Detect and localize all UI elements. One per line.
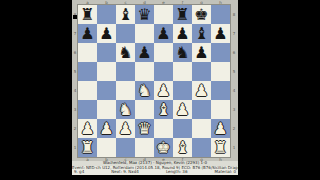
black-pawn[interactable]: ♟ [97,24,116,43]
square-b1[interactable] [97,138,116,157]
white-rook[interactable]: ♜ [78,138,97,157]
coord-label: 2 [230,119,238,138]
square-c7[interactable] [116,24,135,43]
square-e1[interactable]: ♚ [154,138,173,157]
square-e5[interactable] [154,62,173,81]
white-pawn[interactable]: ♟ [192,81,211,100]
white-pawn[interactable]: ♟ [97,119,116,138]
square-g6[interactable]: ♟ [192,43,211,62]
coord-label: 7 [230,24,238,43]
square-b3[interactable] [97,100,116,119]
coord-label: 6 [230,43,238,62]
square-a5[interactable] [78,62,97,81]
game-length: Length: 36 [166,170,188,175]
white-pawn[interactable]: ♟ [154,81,173,100]
black-rook[interactable]: ♜ [173,5,192,24]
square-e3[interactable]: ♝ [154,100,173,119]
chess-board: ♜♝♛♜♚♟♟♟♟♝♟♞♟♞♟♞♟♟♞♝♟♟♟♟♛♟♜♚♝♜ [78,5,230,157]
square-b5[interactable] [97,62,116,81]
square-d2[interactable]: ♛ [135,119,154,138]
square-e6[interactable] [154,43,173,62]
square-c6[interactable]: ♞ [116,43,135,62]
square-h2[interactable]: ♟ [211,119,230,138]
square-f8[interactable]: ♜ [173,5,192,24]
video-frame: abcdefgh 87654321 87654321 abcdefgh ♜♝♛♜… [0,0,320,180]
black-pawn[interactable]: ♟ [173,24,192,43]
white-rook[interactable]: ♜ [211,138,230,157]
square-b6[interactable] [97,43,116,62]
square-b2[interactable]: ♟ [97,119,116,138]
square-g4[interactable]: ♟ [192,81,211,100]
square-c1[interactable] [116,138,135,157]
square-e8[interactable] [154,5,173,24]
square-g8[interactable]: ♚ [192,5,211,24]
black-bishop[interactable]: ♝ [192,24,211,43]
white-pawn[interactable]: ♟ [116,119,135,138]
square-f5[interactable] [173,62,192,81]
square-a3[interactable] [78,100,97,119]
coord-label: 3 [230,100,238,119]
white-bishop[interactable]: ♝ [173,138,192,157]
black-knight[interactable]: ♞ [173,43,192,62]
square-e2[interactable] [154,119,173,138]
white-king[interactable]: ♚ [154,138,173,157]
white-queen[interactable]: ♛ [135,119,154,138]
square-c2[interactable]: ♟ [116,119,135,138]
square-f1[interactable]: ♝ [173,138,192,157]
square-b8[interactable] [97,5,116,24]
black-pawn[interactable]: ♟ [154,24,173,43]
black-rook[interactable]: ♜ [78,5,97,24]
black-pawn[interactable]: ♟ [135,43,154,62]
square-a8[interactable]: ♜ [78,5,97,24]
square-a1[interactable]: ♜ [78,138,97,157]
move-status-line: 9. g4 Next: 9. Nxd4 Length: 36 Material:… [72,170,238,175]
square-a2[interactable]: ♟ [78,119,97,138]
black-pawn[interactable]: ♟ [211,24,230,43]
square-d8[interactable]: ♛ [135,5,154,24]
coord-label: 8 [230,5,238,24]
white-pawn[interactable]: ♟ [78,119,97,138]
black-king[interactable]: ♚ [192,5,211,24]
black-knight[interactable]: ♞ [116,43,135,62]
square-h6[interactable] [211,43,230,62]
square-d4[interactable]: ♞ [135,81,154,100]
coord-label: 4 [230,81,238,100]
square-h7[interactable]: ♟ [211,24,230,43]
square-h1[interactable]: ♜ [211,138,230,157]
square-h5[interactable] [211,62,230,81]
current-move: 9. g4 [74,170,84,175]
white-pawn[interactable]: ♟ [211,119,230,138]
square-b4[interactable] [97,81,116,100]
black-pawn[interactable]: ♟ [192,43,211,62]
white-knight[interactable]: ♞ [135,81,154,100]
coord-label: 5 [230,62,238,81]
square-h3[interactable] [211,100,230,119]
black-to-move-indicator [73,15,77,19]
square-c5[interactable] [116,62,135,81]
square-b7[interactable]: ♟ [97,24,116,43]
square-d5[interactable] [135,62,154,81]
black-bishop[interactable]: ♝ [116,5,135,24]
square-f4[interactable] [173,81,192,100]
next-move: Next: 9. Nxd4 [111,170,138,175]
square-d3[interactable] [135,100,154,119]
square-e7[interactable]: ♟ [154,24,173,43]
square-a4[interactable] [78,81,97,100]
square-d1[interactable] [135,138,154,157]
square-f7[interactable]: ♟ [173,24,192,43]
square-c4[interactable] [116,81,135,100]
square-g2[interactable] [192,119,211,138]
game-info-panel: Wachenfeld, Max (2137) - Nguyen, Kevin (… [72,161,238,175]
square-a7[interactable]: ♟ [78,24,97,43]
square-a6[interactable] [78,43,97,62]
square-g3[interactable] [192,100,211,119]
black-pawn[interactable]: ♟ [78,24,97,43]
square-e4[interactable]: ♟ [154,81,173,100]
square-f6[interactable]: ♞ [173,43,192,62]
white-pawn[interactable]: ♟ [173,100,192,119]
rank-labels-right: 87654321 [230,5,238,157]
square-c8[interactable]: ♝ [116,5,135,24]
chess-panel: abcdefgh 87654321 87654321 abcdefgh ♜♝♛♜… [72,0,238,175]
material-balance: Material: 0 [215,170,236,175]
square-d6[interactable]: ♟ [135,43,154,62]
square-c3[interactable]: ♞ [116,100,135,119]
square-g5[interactable] [192,62,211,81]
square-h8[interactable] [211,5,230,24]
black-queen[interactable]: ♛ [135,5,154,24]
square-g7[interactable]: ♝ [192,24,211,43]
event-eco-line: Event: NED-ch U12, Rotterdam (2014.05.18… [72,166,238,171]
white-knight[interactable]: ♞ [116,100,135,119]
square-f3[interactable]: ♟ [173,100,192,119]
square-g1[interactable] [192,138,211,157]
square-d7[interactable] [135,24,154,43]
white-bishop[interactable]: ♝ [154,100,173,119]
coord-label: 1 [230,138,238,157]
square-h4[interactable] [211,81,230,100]
square-f2[interactable] [173,119,192,138]
